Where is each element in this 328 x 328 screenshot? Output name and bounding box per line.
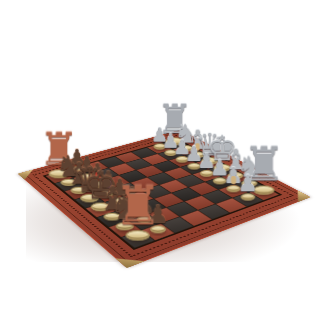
brass-corner-front	[116, 252, 145, 268]
piece-accent-tabard	[231, 176, 236, 184]
brass-corner-right	[285, 190, 310, 201]
piece-base	[126, 230, 150, 240]
piece-base	[241, 193, 256, 200]
piece-black-rook-h8[interactable]: ♜	[114, 181, 162, 240]
product-photo-stage: ♜♟♞♟♝♟♛♟♚♟♟♜♝♟♟♞♞♟♟♝♜♟♟♛♟♚♟♝♟♞♟♜	[0, 0, 328, 328]
piece-white-pawn-h2[interactable]: ♟	[238, 173, 259, 200]
chess-piece-glyph: ♟	[238, 173, 259, 195]
chess-piece-glyph: ♜	[114, 181, 162, 232]
brass-corner-left	[18, 170, 40, 180]
